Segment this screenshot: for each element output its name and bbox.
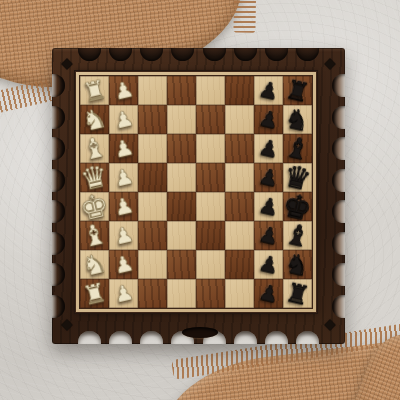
piece-holder-notch <box>332 232 345 255</box>
piece-holder-notch <box>52 263 65 286</box>
corner-inlay-icon <box>324 319 335 330</box>
square-r8c5[interactable] <box>196 279 225 308</box>
piece-holder-notch <box>109 48 132 61</box>
piece-holder-notch <box>234 48 257 61</box>
square-r3c6[interactable] <box>225 134 254 163</box>
black-rook-piece[interactable]: ♜ <box>283 75 312 106</box>
square-r8c8[interactable]: ♜ <box>283 279 312 308</box>
square-r6c3[interactable] <box>138 221 167 250</box>
white-pawn-piece[interactable]: ♟ <box>111 194 135 220</box>
piece-holder-notch <box>52 74 65 97</box>
piece-holder-notches-right <box>332 70 345 322</box>
white-pawn-piece[interactable]: ♟ <box>111 78 135 104</box>
corner-inlay-icon <box>324 58 335 69</box>
black-bishop-piece[interactable]: ♝ <box>282 219 313 252</box>
piece-holder-notch <box>332 263 345 286</box>
square-r2c5[interactable] <box>196 105 225 134</box>
square-r4c5[interactable] <box>196 163 225 192</box>
square-r5c2[interactable]: ♟ <box>109 192 138 221</box>
piece-holder-notch <box>78 331 101 344</box>
black-pawn-piece[interactable]: ♟ <box>256 252 280 278</box>
square-r1c8[interactable]: ♜ <box>283 76 312 105</box>
square-r1c2[interactable]: ♟ <box>109 76 138 105</box>
square-r1c4[interactable] <box>167 76 196 105</box>
square-r1c1[interactable]: ♜ <box>80 76 109 105</box>
square-r6c5[interactable] <box>196 221 225 250</box>
square-r7c5[interactable] <box>196 250 225 279</box>
square-r7c1[interactable]: ♞ <box>80 250 109 279</box>
piece-holder-notch <box>332 169 345 192</box>
playing-surface: ♜♟♟♜♞♟♟♞♝♟♟♝♛♟♟♛♚♟♟♚♝♟♟♝♞♟♟♞♜♟♟♜ <box>75 71 317 313</box>
white-knight-piece[interactable]: ♞ <box>80 249 110 281</box>
black-pawn-piece[interactable]: ♟ <box>256 78 280 104</box>
square-r5c3[interactable] <box>138 192 167 221</box>
square-r5c8[interactable]: ♚ <box>283 192 312 221</box>
square-r6c2[interactable]: ♟ <box>109 221 138 250</box>
white-pawn-piece[interactable]: ♟ <box>111 281 135 307</box>
piece-holder-notch <box>234 331 257 344</box>
piece-holder-notches-left <box>52 70 65 322</box>
square-r5c4[interactable] <box>167 192 196 221</box>
piece-holder-notch <box>78 48 101 61</box>
white-pawn-piece[interactable]: ♟ <box>111 165 135 191</box>
square-r7c8[interactable]: ♞ <box>283 250 312 279</box>
piece-holder-notch <box>140 48 163 61</box>
square-r5c7[interactable]: ♟ <box>254 192 283 221</box>
square-r3c7[interactable]: ♟ <box>254 134 283 163</box>
square-r1c7[interactable]: ♟ <box>254 76 283 105</box>
square-r8c7[interactable]: ♟ <box>254 279 283 308</box>
square-r6c8[interactable]: ♝ <box>283 221 312 250</box>
square-r4c2[interactable]: ♟ <box>109 163 138 192</box>
square-r2c7[interactable]: ♟ <box>254 105 283 134</box>
chess-board: ♜♟♟♜♞♟♟♞♝♟♟♝♛♟♟♛♚♟♟♚♝♟♟♝♞♟♟♞♜♟♟♜ <box>52 48 345 344</box>
piece-holder-notch <box>332 200 345 223</box>
black-pawn-piece[interactable]: ♟ <box>256 165 280 191</box>
piece-holder-notch <box>140 331 163 344</box>
square-r4c7[interactable]: ♟ <box>254 163 283 192</box>
square-r5c1[interactable]: ♚ <box>80 192 109 221</box>
square-r1c5[interactable] <box>196 76 225 105</box>
square-r7c3[interactable] <box>138 250 167 279</box>
square-r7c4[interactable] <box>167 250 196 279</box>
square-r8c2[interactable]: ♟ <box>109 279 138 308</box>
square-r3c3[interactable] <box>138 134 167 163</box>
piece-holder-notch <box>109 331 132 344</box>
piece-holder-notch <box>52 200 65 223</box>
square-r1c6[interactable] <box>225 76 254 105</box>
square-r2c4[interactable] <box>167 105 196 134</box>
square-r3c5[interactable] <box>196 134 225 163</box>
white-pawn-piece[interactable]: ♟ <box>111 107 135 133</box>
piece-holder-notch <box>265 48 288 61</box>
square-r6c1[interactable]: ♝ <box>80 221 109 250</box>
square-r6c7[interactable]: ♟ <box>254 221 283 250</box>
square-r4c3[interactable] <box>138 163 167 192</box>
square-r8c3[interactable] <box>138 279 167 308</box>
piece-holder-notch <box>52 232 65 255</box>
black-rook-piece[interactable]: ♜ <box>283 278 312 309</box>
square-r2c8[interactable]: ♞ <box>283 105 312 134</box>
square-r5c6[interactable] <box>225 192 254 221</box>
piece-holder-notch <box>52 106 65 129</box>
black-knight-piece[interactable]: ♞ <box>283 249 313 281</box>
piece-holder-notch <box>332 74 345 97</box>
square-r5c5[interactable] <box>196 192 225 221</box>
white-pawn-piece[interactable]: ♟ <box>111 252 135 278</box>
square-r7c7[interactable]: ♟ <box>254 250 283 279</box>
piece-holder-notch <box>52 137 65 160</box>
square-r8c4[interactable] <box>167 279 196 308</box>
square-r4c4[interactable] <box>167 163 196 192</box>
square-r7c6[interactable] <box>225 250 254 279</box>
square-r2c1[interactable]: ♞ <box>80 105 109 134</box>
black-pawn-piece[interactable]: ♟ <box>256 194 280 220</box>
square-r2c2[interactable]: ♟ <box>109 105 138 134</box>
piece-holder-notch <box>332 106 345 129</box>
square-r3c2[interactable]: ♟ <box>109 134 138 163</box>
black-pawn-piece[interactable]: ♟ <box>256 136 280 162</box>
piece-holder-notch <box>296 331 319 344</box>
piece-holder-notch <box>332 137 345 160</box>
white-pawn-piece[interactable]: ♟ <box>111 223 135 249</box>
square-r8c1[interactable]: ♜ <box>80 279 109 308</box>
board-grid: ♜♟♟♜♞♟♟♞♝♟♟♝♛♟♟♛♚♟♟♚♝♟♟♝♞♟♟♞♜♟♟♜ <box>80 76 312 308</box>
white-bishop-piece[interactable]: ♝ <box>79 219 110 252</box>
black-pawn-piece[interactable]: ♟ <box>256 281 280 307</box>
corner-inlay-icon <box>61 319 72 330</box>
square-r1c3[interactable] <box>138 76 167 105</box>
piece-holder-notch <box>203 48 226 61</box>
square-r6c6[interactable] <box>225 221 254 250</box>
piece-holder-notch <box>52 169 65 192</box>
piece-holder-notches-top <box>74 48 323 61</box>
square-r2c3[interactable] <box>138 105 167 134</box>
finger-slot <box>182 327 218 338</box>
piece-holder-notch <box>296 48 319 61</box>
white-pawn-piece[interactable]: ♟ <box>111 136 135 162</box>
white-rook-piece[interactable]: ♜ <box>80 75 109 106</box>
piece-holder-notch <box>332 295 345 318</box>
square-r4c6[interactable] <box>225 163 254 192</box>
square-r3c4[interactable] <box>167 134 196 163</box>
piece-holder-notch <box>171 48 194 61</box>
square-r8c6[interactable] <box>225 279 254 308</box>
square-r6c4[interactable] <box>167 221 196 250</box>
piece-holder-notch <box>52 295 65 318</box>
black-pawn-piece[interactable]: ♟ <box>256 223 280 249</box>
corner-inlay-icon <box>61 58 72 69</box>
black-pawn-piece[interactable]: ♟ <box>256 107 280 133</box>
white-rook-piece[interactable]: ♜ <box>80 278 109 309</box>
piece-holder-notch <box>265 331 288 344</box>
square-r7c2[interactable]: ♟ <box>109 250 138 279</box>
square-r2c6[interactable] <box>225 105 254 134</box>
